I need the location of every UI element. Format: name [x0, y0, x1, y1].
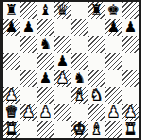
square-c7[interactable] — [37, 19, 54, 36]
white-pawn-icon: ♟ — [22, 104, 35, 121]
square-g3[interactable] — [105, 87, 122, 104]
square-f2[interactable] — [88, 104, 105, 121]
black-bishop-icon: ♝ — [39, 2, 52, 19]
square-h3[interactable] — [122, 87, 139, 104]
square-f1[interactable]: ♝ — [88, 121, 105, 138]
square-d6[interactable] — [54, 36, 71, 53]
square-d8[interactable]: ♛ — [54, 2, 71, 19]
square-c1[interactable] — [37, 121, 54, 138]
square-g4[interactable] — [105, 70, 122, 87]
square-g8[interactable]: ♚ — [105, 2, 122, 19]
square-b1[interactable] — [20, 121, 37, 138]
square-a1[interactable]: ♜ — [3, 121, 20, 138]
square-b5[interactable] — [20, 53, 37, 70]
square-g2[interactable]: ♟ — [105, 104, 122, 121]
square-h4[interactable] — [122, 70, 139, 87]
square-c6[interactable]: ♞ — [37, 36, 54, 53]
square-a4[interactable] — [3, 70, 20, 87]
square-b7[interactable]: ♟ — [20, 19, 37, 36]
square-f6[interactable] — [88, 36, 105, 53]
square-d3[interactable] — [54, 87, 71, 104]
square-f7[interactable] — [88, 19, 105, 36]
square-b3[interactable] — [20, 87, 37, 104]
square-e2[interactable] — [71, 104, 88, 121]
square-d4[interactable]: ♟ — [54, 70, 71, 87]
square-h2[interactable]: ♟ — [122, 104, 139, 121]
square-d1[interactable] — [54, 121, 71, 138]
square-g6[interactable] — [105, 36, 122, 53]
square-d7[interactable] — [54, 19, 71, 36]
black-rook-icon: ♜ — [5, 2, 18, 19]
square-c4[interactable]: ♟ — [37, 70, 54, 87]
square-e7[interactable] — [71, 19, 88, 36]
black-pawn-icon: ♟ — [124, 19, 137, 36]
white-bishop-icon: ♝ — [90, 121, 103, 138]
white-queen-icon: ♛ — [5, 104, 18, 121]
square-e3[interactable]: ♝ — [71, 87, 88, 104]
white-pawn-icon: ♟ — [107, 104, 120, 121]
square-a6[interactable] — [3, 36, 20, 53]
black-knight-icon: ♞ — [39, 36, 52, 53]
square-a3[interactable]: ♟ — [3, 87, 20, 104]
square-f3[interactable]: ♞ — [88, 87, 105, 104]
black-pawn-icon: ♟ — [107, 19, 120, 36]
square-h1[interactable]: ♜ — [122, 121, 139, 138]
black-pawn-icon: ♟ — [39, 70, 52, 87]
black-knight-icon: ♞ — [73, 70, 86, 87]
black-queen-icon: ♛ — [56, 2, 69, 19]
chess-board: ♜♝♛♜♚♟♟♟♟♞♟♟♟♞♟♝♞♛♟♟♟♟♜♚♝♜ — [3, 2, 139, 138]
square-a5[interactable] — [3, 53, 20, 70]
black-pawn-icon: ♟ — [5, 19, 18, 36]
square-f8[interactable]: ♜ — [88, 2, 105, 19]
black-pawn-icon: ♟ — [56, 53, 69, 70]
square-b6[interactable] — [20, 36, 37, 53]
white-pawn-icon: ♟ — [56, 70, 69, 87]
square-f5[interactable] — [88, 53, 105, 70]
square-a8[interactable]: ♜ — [3, 2, 20, 19]
white-pawn-icon: ♟ — [5, 87, 18, 104]
square-d2[interactable] — [54, 104, 71, 121]
square-h6[interactable] — [122, 36, 139, 53]
square-f4[interactable] — [88, 70, 105, 87]
white-pawn-icon: ♟ — [39, 104, 52, 121]
square-d5[interactable]: ♟ — [54, 53, 71, 70]
square-a2[interactable]: ♛ — [3, 104, 20, 121]
square-e5[interactable] — [71, 53, 88, 70]
white-knight-icon: ♞ — [90, 87, 103, 104]
square-b4[interactable] — [20, 70, 37, 87]
white-rook-icon: ♜ — [124, 121, 137, 138]
black-pawn-icon: ♟ — [22, 19, 35, 36]
white-king-icon: ♚ — [73, 121, 86, 138]
square-g7[interactable]: ♟ — [105, 19, 122, 36]
square-b2[interactable]: ♟ — [20, 104, 37, 121]
white-rook-icon: ♜ — [5, 121, 18, 138]
square-e6[interactable] — [71, 36, 88, 53]
square-a7[interactable]: ♟ — [3, 19, 20, 36]
chess-diagram-frame: ♜♝♛♜♚♟♟♟♟♞♟♟♟♞♟♝♞♛♟♟♟♟♜♚♝♜ — [0, 0, 141, 140]
square-h7[interactable]: ♟ — [122, 19, 139, 36]
white-pawn-icon: ♟ — [124, 104, 137, 121]
black-king-icon: ♚ — [107, 2, 120, 19]
square-g5[interactable] — [105, 53, 122, 70]
square-g1[interactable] — [105, 121, 122, 138]
square-c8[interactable]: ♝ — [37, 2, 54, 19]
square-e4[interactable]: ♞ — [71, 70, 88, 87]
white-bishop-icon: ♝ — [73, 87, 86, 104]
square-b8[interactable] — [20, 2, 37, 19]
square-e1[interactable]: ♚ — [71, 121, 88, 138]
square-c2[interactable]: ♟ — [37, 104, 54, 121]
square-h5[interactable] — [122, 53, 139, 70]
square-c5[interactable] — [37, 53, 54, 70]
square-e8[interactable] — [71, 2, 88, 19]
square-h8[interactable] — [122, 2, 139, 19]
black-rook-icon: ♜ — [90, 2, 103, 19]
square-c3[interactable] — [37, 87, 54, 104]
